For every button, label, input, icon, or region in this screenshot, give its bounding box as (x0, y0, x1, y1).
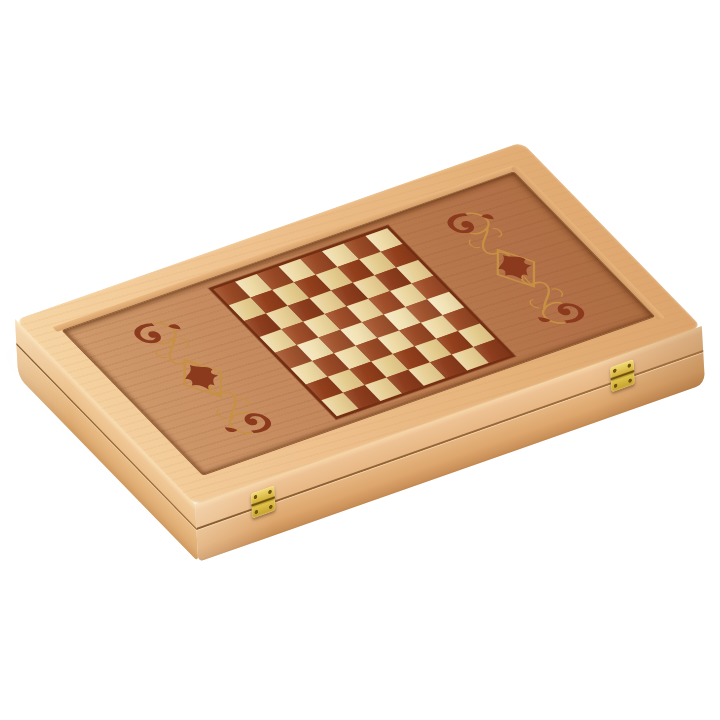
brass-hinge-1 (251, 485, 276, 518)
product-photo (0, 0, 720, 720)
brass-hinge-2 (610, 359, 635, 392)
